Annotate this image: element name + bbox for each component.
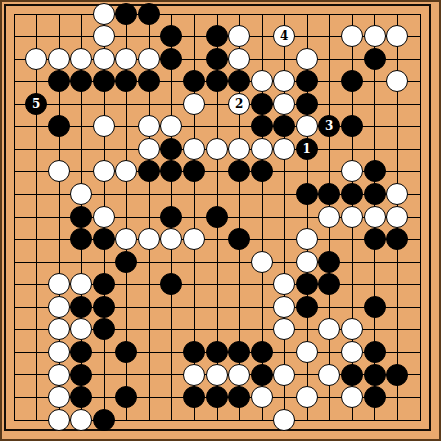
stone-black[interactable] (341, 70, 363, 92)
stone-black[interactable] (206, 341, 228, 363)
stone-white[interactable] (386, 25, 408, 47)
stone-white[interactable]: 2 (228, 93, 250, 115)
move-number-label: 1 (303, 143, 311, 155)
stone-black[interactable] (93, 409, 115, 431)
stone-white[interactable] (93, 206, 115, 228)
stone-white[interactable] (273, 93, 295, 115)
stone-black[interactable] (364, 341, 386, 363)
stone-black[interactable] (183, 341, 205, 363)
stone-black[interactable] (138, 3, 160, 25)
stone-black[interactable] (206, 206, 228, 228)
move-number-label: 4 (280, 30, 288, 42)
stone-white[interactable] (273, 364, 295, 386)
stone-white[interactable] (296, 115, 318, 137)
stone-white[interactable] (228, 364, 250, 386)
stone-black[interactable] (364, 364, 386, 386)
stone-white[interactable] (138, 48, 160, 70)
stone-white[interactable] (296, 48, 318, 70)
stone-white[interactable] (25, 48, 47, 70)
stone-white[interactable] (138, 228, 160, 250)
stone-black[interactable] (70, 206, 92, 228)
grid-line-vertical (420, 14, 421, 421)
stone-black[interactable] (115, 251, 137, 273)
stone-black[interactable] (318, 251, 340, 273)
stone-black[interactable] (364, 183, 386, 205)
stone-white[interactable] (364, 25, 386, 47)
go-board[interactable]: 45231 (0, 0, 441, 441)
stone-black[interactable] (251, 364, 273, 386)
stone-white[interactable] (341, 386, 363, 408)
stone-white[interactable] (251, 70, 273, 92)
stone-black[interactable] (364, 228, 386, 250)
stone-white[interactable] (296, 341, 318, 363)
stone-white[interactable] (48, 409, 70, 431)
stone-black[interactable] (48, 115, 70, 137)
stone-black[interactable] (93, 70, 115, 92)
stone-white[interactable] (251, 386, 273, 408)
move-number-label: 3 (325, 120, 333, 132)
stone-white[interactable] (183, 228, 205, 250)
stone-white[interactable] (386, 206, 408, 228)
stone-black[interactable] (341, 183, 363, 205)
stone-white[interactable] (70, 48, 92, 70)
stone-white[interactable] (138, 138, 160, 160)
stone-black[interactable] (251, 160, 273, 182)
stone-white[interactable] (93, 25, 115, 47)
stone-white[interactable] (93, 3, 115, 25)
stone-black[interactable] (386, 364, 408, 386)
stone-white[interactable] (228, 48, 250, 70)
stone-white[interactable] (296, 251, 318, 273)
stone-white[interactable] (70, 409, 92, 431)
stone-black[interactable] (364, 48, 386, 70)
stone-black[interactable] (364, 296, 386, 318)
stone-black[interactable] (160, 206, 182, 228)
stone-black[interactable] (206, 48, 228, 70)
stone-black[interactable] (251, 93, 273, 115)
stone-white[interactable] (341, 341, 363, 363)
stone-white[interactable] (183, 138, 205, 160)
stone-white[interactable] (273, 296, 295, 318)
stone-black[interactable] (206, 386, 228, 408)
stone-black[interactable] (364, 160, 386, 182)
stone-white[interactable] (206, 364, 228, 386)
stone-white[interactable] (93, 115, 115, 137)
stone-black[interactable] (93, 273, 115, 295)
stone-black[interactable] (364, 386, 386, 408)
stone-black[interactable] (93, 228, 115, 250)
stone-white[interactable] (48, 364, 70, 386)
move-number-label: 5 (32, 98, 40, 110)
stone-white[interactable] (318, 364, 340, 386)
grid-line-horizontal (14, 262, 421, 263)
stone-black[interactable] (251, 341, 273, 363)
stone-white[interactable] (251, 251, 273, 273)
stone-white[interactable] (48, 318, 70, 340)
stone-white[interactable] (364, 206, 386, 228)
stone-black[interactable]: 1 (296, 138, 318, 160)
stone-white[interactable] (115, 48, 137, 70)
stone-white[interactable] (318, 206, 340, 228)
stone-black[interactable] (183, 386, 205, 408)
stone-black[interactable] (251, 115, 273, 137)
stone-black[interactable] (138, 70, 160, 92)
stone-black[interactable] (70, 364, 92, 386)
stone-black[interactable] (93, 318, 115, 340)
stone-white[interactable] (296, 386, 318, 408)
stone-black[interactable] (296, 70, 318, 92)
stone-black[interactable]: 5 (25, 93, 47, 115)
stone-white[interactable] (273, 409, 295, 431)
stone-white[interactable] (48, 48, 70, 70)
stone-black[interactable] (296, 183, 318, 205)
stone-black[interactable] (228, 386, 250, 408)
stone-black[interactable] (228, 341, 250, 363)
stone-white[interactable] (183, 364, 205, 386)
stone-white[interactable] (273, 138, 295, 160)
stone-white[interactable] (93, 48, 115, 70)
stone-black[interactable] (70, 296, 92, 318)
stone-white[interactable] (206, 138, 228, 160)
stone-white[interactable] (341, 206, 363, 228)
stone-black[interactable] (296, 273, 318, 295)
stone-white[interactable] (48, 160, 70, 182)
stone-white[interactable] (183, 93, 205, 115)
stone-white[interactable] (48, 341, 70, 363)
move-number-label: 2 (235, 98, 243, 110)
stone-black[interactable] (70, 341, 92, 363)
stone-white[interactable] (251, 138, 273, 160)
stone-white[interactable] (48, 386, 70, 408)
stone-black[interactable] (296, 296, 318, 318)
stone-white[interactable] (48, 273, 70, 295)
stone-black[interactable] (386, 228, 408, 250)
stone-white[interactable] (386, 183, 408, 205)
stone-white[interactable] (228, 138, 250, 160)
stone-black[interactable] (48, 70, 70, 92)
stone-black[interactable] (93, 296, 115, 318)
stone-black[interactable] (115, 3, 137, 25)
stone-white[interactable] (48, 296, 70, 318)
stone-black[interactable] (206, 70, 228, 92)
stone-white[interactable] (93, 160, 115, 182)
stone-black[interactable] (160, 48, 182, 70)
stone-white[interactable] (341, 25, 363, 47)
stone-white[interactable] (296, 228, 318, 250)
stone-black[interactable] (341, 364, 363, 386)
stone-black[interactable] (296, 93, 318, 115)
stone-black[interactable] (206, 25, 228, 47)
